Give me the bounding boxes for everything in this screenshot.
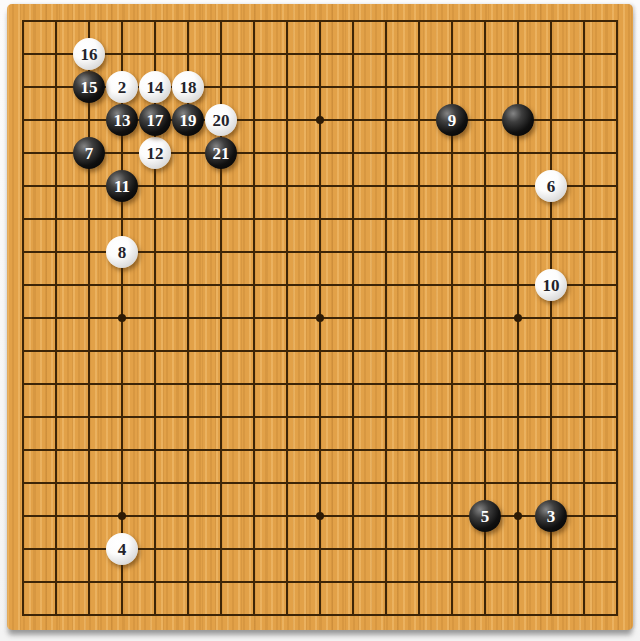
grid-line-horizontal [22,416,618,418]
move-number: 9 [448,112,457,129]
grid-line-horizontal [22,449,618,451]
move-number: 3 [547,508,556,525]
grid-line-vertical [583,20,585,616]
grid-line-vertical [352,20,354,616]
stone-black-f16-move-19[interactable]: 19 [172,104,204,136]
move-number: 2 [118,79,127,96]
move-number: 4 [118,541,127,558]
star-point [316,116,324,124]
star-point [118,512,126,520]
stone-white-e17-move-14[interactable]: 14 [139,71,171,103]
grid-line-vertical [418,20,420,616]
stone-black-p4-move-5[interactable]: 5 [469,500,501,532]
move-number: 19 [180,112,197,129]
stone-black-o16-move-9[interactable]: 9 [436,104,468,136]
grid-line-vertical [616,20,618,616]
move-number: 13 [114,112,131,129]
move-number: 16 [81,46,98,63]
move-number: 21 [213,145,230,162]
grid-line-vertical [385,20,387,616]
stone-black-c15-move-7[interactable]: 7 [73,137,105,169]
stone-black-g15-move-21[interactable]: 21 [205,137,237,169]
stone-white-f17-move-18[interactable]: 18 [172,71,204,103]
stone-white-r14-move-6[interactable]: 6 [535,170,567,202]
star-point [514,314,522,322]
stone-white-r11-move-10[interactable]: 10 [535,269,567,301]
stone-white-e15-move-12[interactable]: 12 [139,137,171,169]
stone-white-c18-move-16[interactable]: 16 [73,38,105,70]
star-point [514,512,522,520]
move-number: 12 [147,145,164,162]
stone-black-e16-move-17[interactable]: 17 [139,104,171,136]
stone-black-r4-move-3[interactable]: 3 [535,500,567,532]
go-board[interactable]: 23456789101112131415161718192021 [7,4,633,630]
stone-white-d3-move-4[interactable]: 4 [106,533,138,565]
move-number: 20 [213,112,230,129]
grid-line-horizontal [22,614,618,616]
move-number: 5 [481,508,490,525]
grid-line-horizontal [22,581,618,583]
move-number: 14 [147,79,164,96]
move-number: 8 [118,244,127,261]
stone-white-d17-move-2[interactable]: 2 [106,71,138,103]
star-point [316,314,324,322]
move-number: 6 [547,178,556,195]
move-number: 17 [147,112,164,129]
stone-black-c17-move-15[interactable]: 15 [73,71,105,103]
star-point [316,512,324,520]
star-point [118,314,126,322]
grid-line-horizontal [22,383,618,385]
stone-black-q16[interactable] [502,104,534,136]
stone-black-d14-move-11[interactable]: 11 [106,170,138,202]
move-number: 15 [81,79,98,96]
move-number: 10 [543,277,560,294]
move-number: 7 [85,145,94,162]
go-diagram: 23456789101112131415161718192021 [0,0,640,641]
stone-white-g16-move-20[interactable]: 20 [205,104,237,136]
grid-line-horizontal [22,482,618,484]
stone-black-d16-move-13[interactable]: 13 [106,104,138,136]
move-number: 18 [180,79,197,96]
grid-line-horizontal [22,350,618,352]
stone-white-d12-move-8[interactable]: 8 [106,236,138,268]
move-number: 11 [114,178,130,195]
